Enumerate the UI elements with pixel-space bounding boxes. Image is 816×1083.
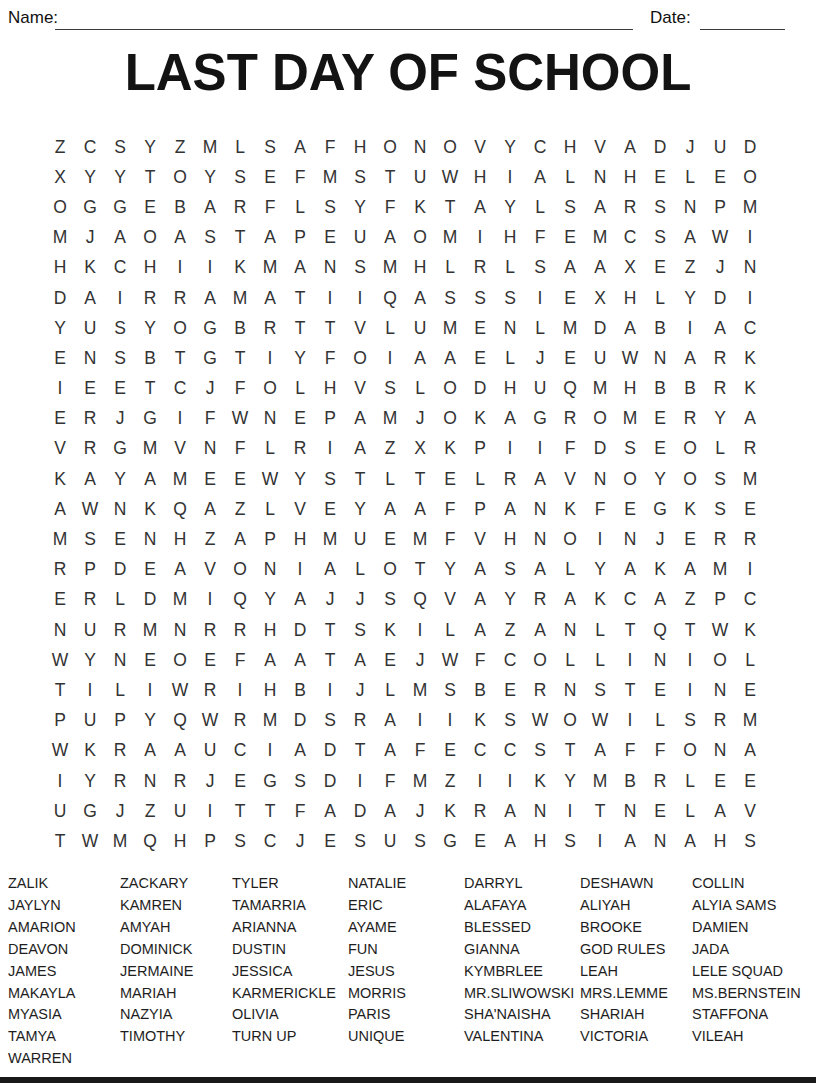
grid-cell-r15c3: D xyxy=(105,555,135,585)
grid-cell-r1c1: Z xyxy=(45,132,75,162)
word-item: TIMOTHY xyxy=(120,1026,193,1048)
grid-cell-r17c6: R xyxy=(195,615,225,645)
grid-cell-r9c14: O xyxy=(435,374,465,404)
grid-cell-r7c10: T xyxy=(315,313,345,343)
grid-cell-r3c2: G xyxy=(75,192,105,222)
grid-cell-r17c18: N xyxy=(555,615,585,645)
grid-cell-r24c6: P xyxy=(195,826,225,856)
grid-cell-r1c2: C xyxy=(75,132,105,162)
grid-cell-r17c5: N xyxy=(165,615,195,645)
grid-cell-r9c22: B xyxy=(675,374,705,404)
grid-cell-r10c14: O xyxy=(435,404,465,434)
grid-cell-r15c2: P xyxy=(75,555,105,585)
grid-cell-r12c6: E xyxy=(195,464,225,494)
grid-cell-r20c18: O xyxy=(555,706,585,736)
grid-cell-r10c13: J xyxy=(405,404,435,434)
grid-cell-r14c16: H xyxy=(495,524,525,554)
grid-cell-r11c24: R xyxy=(735,434,765,464)
grid-cell-r8c1: E xyxy=(45,343,75,373)
grid-cell-r8c7: T xyxy=(225,343,255,373)
grid-cell-r6c14: S xyxy=(435,283,465,313)
grid-cell-r18c3: N xyxy=(105,645,135,675)
grid-cell-r19c4: I xyxy=(135,675,165,705)
grid-cell-r5c19: A xyxy=(585,253,615,283)
grid-cell-r1c16: Y xyxy=(495,132,525,162)
grid-cell-r19c16: E xyxy=(495,675,525,705)
grid-cell-r6c5: R xyxy=(165,283,195,313)
grid-cell-r24c9: J xyxy=(285,826,315,856)
grid-cell-r24c16: A xyxy=(495,826,525,856)
grid-cell-r9c19: M xyxy=(585,374,615,404)
grid-cell-r23c9: F xyxy=(285,796,315,826)
grid-cell-r6c13: A xyxy=(405,283,435,313)
grid-cell-r7c20: A xyxy=(615,313,645,343)
grid-cell-r23c7: T xyxy=(225,796,255,826)
grid-cell-r15c14: Y xyxy=(435,555,465,585)
page-header: Name: Date: xyxy=(8,6,808,30)
grid-cell-r11c12: Z xyxy=(375,434,405,464)
grid-cell-r18c13: J xyxy=(405,645,435,675)
grid-cell-r2c16: I xyxy=(495,162,525,192)
grid-cell-r22c9: S xyxy=(285,766,315,796)
grid-cell-r13c11: Y xyxy=(345,494,375,524)
grid-cell-r20c22: S xyxy=(675,706,705,736)
grid-cell-r16c24: C xyxy=(735,585,765,615)
grid-cell-r9c6: J xyxy=(195,374,225,404)
grid-cell-r11c20: S xyxy=(615,434,645,464)
word-item: MYASIA xyxy=(8,1004,76,1026)
date-label: Date: xyxy=(650,8,691,28)
grid-cell-r16c17: R xyxy=(525,585,555,615)
grid-cell-r13c14: F xyxy=(435,494,465,524)
grid-cell-r1c23: U xyxy=(705,132,735,162)
grid-cell-r13c19: F xyxy=(585,494,615,524)
grid-cell-r4c10: E xyxy=(315,223,345,253)
grid-cell-r13c6: A xyxy=(195,494,225,524)
grid-cell-r23c10: A xyxy=(315,796,345,826)
grid-cell-r17c15: A xyxy=(465,615,495,645)
grid-cell-r24c22: A xyxy=(675,826,705,856)
grid-cell-r9c23: R xyxy=(705,374,735,404)
grid-cell-r14c21: J xyxy=(645,524,675,554)
grid-cell-r13c7: Z xyxy=(225,494,255,524)
grid-cell-r7c4: Y xyxy=(135,313,165,343)
grid-cell-r17c10: T xyxy=(315,615,345,645)
grid-cell-r23c23: A xyxy=(705,796,735,826)
grid-cell-r5c2: K xyxy=(75,253,105,283)
grid-cell-r16c9: A xyxy=(285,585,315,615)
grid-cell-r12c13: T xyxy=(405,464,435,494)
grid-cell-r1c20: A xyxy=(615,132,645,162)
grid-cell-r22c10: D xyxy=(315,766,345,796)
word-item: ARIANNA xyxy=(232,917,336,939)
grid-cell-r22c18: Y xyxy=(555,766,585,796)
grid-cell-r5c22: Z xyxy=(675,253,705,283)
grid-cell-r17c24: K xyxy=(735,615,765,645)
grid-cell-r23c16: A xyxy=(495,796,525,826)
grid-cell-r11c8: L xyxy=(255,434,285,464)
grid-cell-r22c15: I xyxy=(465,766,495,796)
grid-cell-r3c17: L xyxy=(525,192,555,222)
grid-cell-r14c19: I xyxy=(585,524,615,554)
grid-cell-r4c20: C xyxy=(615,223,645,253)
word-list-column-5: DARRYLALAFAYABLESSEDGIANNAKYMBRLEEMR.SLI… xyxy=(464,873,574,1048)
grid-cell-r1c19: V xyxy=(585,132,615,162)
grid-cell-r7c21: B xyxy=(645,313,675,343)
word-item: DARRYL xyxy=(464,873,574,895)
grid-cell-r6c6: A xyxy=(195,283,225,313)
grid-cell-r3c19: A xyxy=(585,192,615,222)
grid-cell-r21c17: S xyxy=(525,736,555,766)
grid-cell-r16c12: S xyxy=(375,585,405,615)
word-item: DAMIEN xyxy=(692,917,801,939)
grid-cell-r15c17: A xyxy=(525,555,555,585)
grid-cell-r19c20: T xyxy=(615,675,645,705)
grid-cell-r17c19: L xyxy=(585,615,615,645)
grid-cell-r12c17: A xyxy=(525,464,555,494)
grid-cell-r8c22: A xyxy=(675,343,705,373)
grid-cell-r22c16: I xyxy=(495,766,525,796)
grid-cell-r19c17: R xyxy=(525,675,555,705)
grid-cell-r19c5: W xyxy=(165,675,195,705)
grid-cell-r24c14: G xyxy=(435,826,465,856)
grid-cell-r24c7: S xyxy=(225,826,255,856)
word-item: ALIYAH xyxy=(580,895,668,917)
grid-cell-r10c11: A xyxy=(345,404,375,434)
grid-cell-r13c21: G xyxy=(645,494,675,524)
grid-cell-r6c12: Q xyxy=(375,283,405,313)
grid-cell-r2c8: E xyxy=(255,162,285,192)
grid-cell-r21c2: K xyxy=(75,736,105,766)
grid-cell-r16c15: A xyxy=(465,585,495,615)
grid-cell-r8c24: K xyxy=(735,343,765,373)
grid-cell-r18c24: L xyxy=(735,645,765,675)
word-item: MAKAYLA xyxy=(8,983,76,1005)
grid-cell-r24c23: H xyxy=(705,826,735,856)
grid-cell-r13c2: W xyxy=(75,494,105,524)
grid-cell-r22c20: B xyxy=(615,766,645,796)
word-list-column-2: ZACKARYKAMRENAMYAHDOMINICKJERMAINEMARIAH… xyxy=(120,873,193,1048)
grid-cell-r1c21: D xyxy=(645,132,675,162)
grid-cell-r9c20: H xyxy=(615,374,645,404)
grid-cell-r8c5: T xyxy=(165,343,195,373)
grid-cell-r21c24: A xyxy=(735,736,765,766)
grid-cell-r12c20: O xyxy=(615,464,645,494)
grid-cell-r20c5: Q xyxy=(165,706,195,736)
grid-cell-r7c2: U xyxy=(75,313,105,343)
grid-cell-r12c7: E xyxy=(225,464,255,494)
grid-cell-r16c14: V xyxy=(435,585,465,615)
grid-cell-r7c23: A xyxy=(705,313,735,343)
grid-cell-r21c12: A xyxy=(375,736,405,766)
grid-cell-r24c20: A xyxy=(615,826,645,856)
grid-cell-r24c4: Q xyxy=(135,826,165,856)
grid-cell-r22c5: R xyxy=(165,766,195,796)
grid-cell-r14c23: R xyxy=(705,524,735,554)
grid-cell-r24c18: S xyxy=(555,826,585,856)
grid-cell-r14c24: R xyxy=(735,524,765,554)
grid-cell-r19c10: I xyxy=(315,675,345,705)
grid-cell-r9c2: E xyxy=(75,374,105,404)
grid-cell-r21c4: A xyxy=(135,736,165,766)
grid-cell-r18c17: O xyxy=(525,645,555,675)
grid-cell-r2c11: S xyxy=(345,162,375,192)
grid-cell-r9c9: L xyxy=(285,374,315,404)
word-item: JESSICA xyxy=(232,961,336,983)
grid-cell-r19c11: J xyxy=(345,675,375,705)
grid-cell-r17c12: K xyxy=(375,615,405,645)
grid-cell-r20c6: W xyxy=(195,706,225,736)
grid-cell-r8c9: Y xyxy=(285,343,315,373)
grid-cell-r16c20: C xyxy=(615,585,645,615)
grid-cell-r18c4: E xyxy=(135,645,165,675)
word-item: DUSTIN xyxy=(232,939,336,961)
grid-cell-r13c3: N xyxy=(105,494,135,524)
grid-cell-r11c2: R xyxy=(75,434,105,464)
grid-cell-r20c17: W xyxy=(525,706,555,736)
grid-cell-r24c15: E xyxy=(465,826,495,856)
grid-cell-r23c1: U xyxy=(45,796,75,826)
grid-cell-r19c8: H xyxy=(255,675,285,705)
grid-cell-r1c18: H xyxy=(555,132,585,162)
grid-cell-r16c8: Y xyxy=(255,585,285,615)
grid-cell-r22c3: R xyxy=(105,766,135,796)
grid-cell-r10c4: G xyxy=(135,404,165,434)
grid-cell-r10c6: F xyxy=(195,404,225,434)
grid-cell-r24c2: W xyxy=(75,826,105,856)
grid-cell-r14c5: H xyxy=(165,524,195,554)
grid-cell-r12c9: Y xyxy=(285,464,315,494)
grid-cell-r11c6: N xyxy=(195,434,225,464)
word-item: MORRIS xyxy=(348,983,406,1005)
grid-cell-r16c11: J xyxy=(345,585,375,615)
grid-cell-r15c20: A xyxy=(615,555,645,585)
grid-cell-r20c13: I xyxy=(405,706,435,736)
grid-cell-r8c2: N xyxy=(75,343,105,373)
grid-cell-r11c13: X xyxy=(405,434,435,464)
grid-cell-r11c22: O xyxy=(675,434,705,464)
grid-cell-r13c1: A xyxy=(45,494,75,524)
grid-cell-r1c4: Y xyxy=(135,132,165,162)
grid-cell-r10c1: E xyxy=(45,404,75,434)
grid-cell-r5c24: N xyxy=(735,253,765,283)
grid-cell-r5c12: M xyxy=(375,253,405,283)
grid-cell-r5c17: S xyxy=(525,253,555,283)
word-item: OLIVIA xyxy=(232,1004,336,1026)
grid-cell-r13c15: P xyxy=(465,494,495,524)
grid-cell-r13c10: E xyxy=(315,494,345,524)
grid-cell-r8c19: U xyxy=(585,343,615,373)
grid-cell-r3c13: K xyxy=(405,192,435,222)
grid-cell-r10c2: R xyxy=(75,404,105,434)
grid-cell-r6c1: D xyxy=(45,283,75,313)
grid-cell-r2c19: N xyxy=(585,162,615,192)
grid-cell-r7c13: U xyxy=(405,313,435,343)
grid-cell-r2c12: T xyxy=(375,162,405,192)
grid-cell-r8c4: B xyxy=(135,343,165,373)
grid-cell-r9c13: L xyxy=(405,374,435,404)
grid-cell-r3c22: N xyxy=(675,192,705,222)
grid-cell-r17c13: I xyxy=(405,615,435,645)
grid-cell-r22c2: Y xyxy=(75,766,105,796)
grid-cell-r21c21: F xyxy=(645,736,675,766)
word-item: KAMREN xyxy=(120,895,193,917)
grid-cell-r14c15: V xyxy=(465,524,495,554)
grid-cell-r21c11: T xyxy=(345,736,375,766)
grid-cell-r16c7: Q xyxy=(225,585,255,615)
grid-cell-r21c22: O xyxy=(675,736,705,766)
grid-cell-r23c17: N xyxy=(525,796,555,826)
grid-cell-r22c14: Z xyxy=(435,766,465,796)
grid-cell-r8c12: I xyxy=(375,343,405,373)
grid-cell-r21c15: C xyxy=(465,736,495,766)
grid-cell-r9c11: V xyxy=(345,374,375,404)
grid-cell-r12c11: T xyxy=(345,464,375,494)
grid-cell-r16c13: Q xyxy=(405,585,435,615)
grid-cell-r21c3: R xyxy=(105,736,135,766)
grid-cell-r1c22: J xyxy=(675,132,705,162)
grid-cell-r1c8: S xyxy=(255,132,285,162)
grid-cell-r20c1: P xyxy=(45,706,75,736)
grid-cell-r7c15: E xyxy=(465,313,495,343)
grid-cell-r2c7: S xyxy=(225,162,255,192)
word-item: ALYIA SAMS xyxy=(692,895,801,917)
grid-cell-r19c9: B xyxy=(285,675,315,705)
grid-cell-r17c2: U xyxy=(75,615,105,645)
grid-cell-r2c14: W xyxy=(435,162,465,192)
grid-cell-r4c7: T xyxy=(225,223,255,253)
grid-cell-r21c6: U xyxy=(195,736,225,766)
grid-cell-r3c16: Y xyxy=(495,192,525,222)
grid-cell-r15c1: R xyxy=(45,555,75,585)
word-item: FUN xyxy=(348,939,406,961)
grid-cell-r8c16: L xyxy=(495,343,525,373)
grid-cell-r3c10: S xyxy=(315,192,345,222)
grid-cell-r20c8: M xyxy=(255,706,285,736)
grid-cell-r19c1: T xyxy=(45,675,75,705)
grid-cell-r14c3: E xyxy=(105,524,135,554)
word-item: ZACKARY xyxy=(120,873,193,895)
grid-cell-r17c3: R xyxy=(105,615,135,645)
grid-cell-r15c21: K xyxy=(645,555,675,585)
grid-cell-r21c5: A xyxy=(165,736,195,766)
grid-cell-r2c18: L xyxy=(555,162,585,192)
grid-cell-r7c6: G xyxy=(195,313,225,343)
name-blank-line xyxy=(55,6,633,30)
grid-cell-r6c3: I xyxy=(105,283,135,313)
grid-cell-r20c3: P xyxy=(105,706,135,736)
grid-cell-r12c10: S xyxy=(315,464,345,494)
grid-cell-r2c23: E xyxy=(705,162,735,192)
grid-cell-r16c4: D xyxy=(135,585,165,615)
grid-cell-r2c15: H xyxy=(465,162,495,192)
grid-cell-r20c24: M xyxy=(735,706,765,736)
grid-cell-r13c24: E xyxy=(735,494,765,524)
grid-cell-r9c24: K xyxy=(735,374,765,404)
grid-cell-r4c9: P xyxy=(285,223,315,253)
grid-cell-r12c8: W xyxy=(255,464,285,494)
grid-cell-r7c14: M xyxy=(435,313,465,343)
grid-cell-r10c3: J xyxy=(105,404,135,434)
grid-cell-r23c2: G xyxy=(75,796,105,826)
grid-cell-r22c6: J xyxy=(195,766,225,796)
grid-cell-r2c10: M xyxy=(315,162,345,192)
grid-cell-r13c17: N xyxy=(525,494,555,524)
grid-cell-r1c10: F xyxy=(315,132,345,162)
grid-cell-r21c10: D xyxy=(315,736,345,766)
grid-cell-r17c17: A xyxy=(525,615,555,645)
grid-cell-r10c12: M xyxy=(375,404,405,434)
grid-cell-r24c11: S xyxy=(345,826,375,856)
grid-cell-r6c15: S xyxy=(465,283,495,313)
grid-cell-r17c14: L xyxy=(435,615,465,645)
grid-cell-r15c7: O xyxy=(225,555,255,585)
grid-cell-r21c14: E xyxy=(435,736,465,766)
grid-cell-r17c22: T xyxy=(675,615,705,645)
grid-cell-r20c2: U xyxy=(75,706,105,736)
word-list-column-6: DESHAWNALIYAHBROOKEGOD RULESLEAHMRS.LEMM… xyxy=(580,873,668,1048)
grid-cell-r20c4: Y xyxy=(135,706,165,736)
grid-cell-r7c18: M xyxy=(555,313,585,343)
grid-cell-r10c10: P xyxy=(315,404,345,434)
grid-cell-r7c19: D xyxy=(585,313,615,343)
grid-cell-r14c4: N xyxy=(135,524,165,554)
grid-cell-r14c12: E xyxy=(375,524,405,554)
grid-cell-r10c18: R xyxy=(555,404,585,434)
grid-cell-r11c3: G xyxy=(105,434,135,464)
grid-cell-r14c9: H xyxy=(285,524,315,554)
grid-cell-r4c3: A xyxy=(105,223,135,253)
grid-cell-r12c3: Y xyxy=(105,464,135,494)
grid-cell-r7c3: S xyxy=(105,313,135,343)
grid-cell-r14c17: N xyxy=(525,524,555,554)
grid-cell-r22c17: K xyxy=(525,766,555,796)
word-list: ZALIKJAYLYNAMARIONDEAVONJAMESMAKAYLAMYAS… xyxy=(0,873,816,1073)
grid-cell-r5c13: H xyxy=(405,253,435,283)
page-bottom-edge xyxy=(0,1077,816,1083)
grid-cell-r24c5: H xyxy=(165,826,195,856)
grid-cell-r15c6: V xyxy=(195,555,225,585)
grid-cell-r6c10: I xyxy=(315,283,345,313)
grid-cell-r2c6: Y xyxy=(195,162,225,192)
grid-cell-r12c5: M xyxy=(165,464,195,494)
grid-cell-r14c13: M xyxy=(405,524,435,554)
grid-cell-r3c4: E xyxy=(135,192,165,222)
grid-cell-r1c6: M xyxy=(195,132,225,162)
grid-cell-r15c23: M xyxy=(705,555,735,585)
grid-cell-r8c21: N xyxy=(645,343,675,373)
grid-cell-r23c18: I xyxy=(555,796,585,826)
grid-cell-r5c21: E xyxy=(645,253,675,283)
grid-cell-r11c23: L xyxy=(705,434,735,464)
grid-cell-r10c16: A xyxy=(495,404,525,434)
grid-cell-r22c8: G xyxy=(255,766,285,796)
word-item: MS.BERNSTEIN xyxy=(692,983,801,1005)
grid-cell-r3c12: F xyxy=(375,192,405,222)
grid-cell-r2c2: Y xyxy=(75,162,105,192)
word-item: ZALIK xyxy=(8,873,76,895)
grid-cell-r11c18: F xyxy=(555,434,585,464)
grid-cell-r8c11: O xyxy=(345,343,375,373)
grid-cell-r20c10: S xyxy=(315,706,345,736)
grid-cell-r18c21: N xyxy=(645,645,675,675)
grid-cell-r4c13: O xyxy=(405,223,435,253)
grid-cell-r4c16: H xyxy=(495,223,525,253)
grid-cell-r6c24: I xyxy=(735,283,765,313)
grid-cell-r1c3: S xyxy=(105,132,135,162)
grid-cell-r3c15: A xyxy=(465,192,495,222)
grid-cell-r15c24: I xyxy=(735,555,765,585)
